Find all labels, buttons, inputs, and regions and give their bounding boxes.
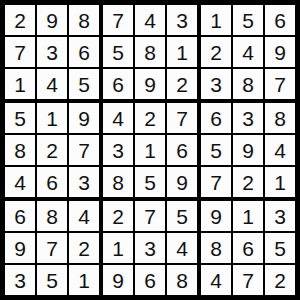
cell-r5c4[interactable]: 3 xyxy=(103,135,133,165)
cell-r4c6[interactable]: 7 xyxy=(167,103,197,133)
cell-r3c8[interactable]: 8 xyxy=(233,69,263,99)
cell-r4c4[interactable]: 4 xyxy=(103,103,133,133)
cell-r2c1[interactable]: 7 xyxy=(5,37,35,67)
cell-r8c9[interactable]: 5 xyxy=(265,233,295,263)
cell-r1c9[interactable]: 6 xyxy=(265,5,295,35)
cell-r6c9[interactable]: 1 xyxy=(265,167,295,197)
cell-r4c8[interactable]: 3 xyxy=(233,103,263,133)
cell-r3c4[interactable]: 6 xyxy=(103,69,133,99)
box-2-2: 427316859 xyxy=(103,103,197,197)
cell-r3c3[interactable]: 5 xyxy=(69,69,99,99)
cell-r7c1[interactable]: 6 xyxy=(5,201,35,231)
sudoku-board: 2987361457435816921562493875198274634273… xyxy=(0,0,300,300)
cell-r6c6[interactable]: 9 xyxy=(167,167,197,197)
cell-r6c8[interactable]: 2 xyxy=(233,167,263,197)
cell-r4c7[interactable]: 6 xyxy=(201,103,231,133)
cell-r5c3[interactable]: 7 xyxy=(69,135,99,165)
cell-r2c3[interactable]: 6 xyxy=(69,37,99,67)
cell-r1c2[interactable]: 9 xyxy=(37,5,67,35)
cell-r1c1[interactable]: 2 xyxy=(5,5,35,35)
cell-r3c9[interactable]: 7 xyxy=(265,69,295,99)
cell-r7c9[interactable]: 3 xyxy=(265,201,295,231)
cell-r5c2[interactable]: 2 xyxy=(37,135,67,165)
cell-r3c1[interactable]: 1 xyxy=(5,69,35,99)
box-2-1: 519827463 xyxy=(5,103,99,197)
cell-r2c6[interactable]: 1 xyxy=(167,37,197,67)
cell-r8c7[interactable]: 8 xyxy=(201,233,231,263)
cell-r5c7[interactable]: 5 xyxy=(201,135,231,165)
cell-r8c4[interactable]: 1 xyxy=(103,233,133,263)
cell-r7c4[interactable]: 2 xyxy=(103,201,133,231)
cell-r2c9[interactable]: 9 xyxy=(265,37,295,67)
box-2-3: 638594721 xyxy=(201,103,295,197)
cell-r5c5[interactable]: 1 xyxy=(135,135,165,165)
cell-r9c3[interactable]: 1 xyxy=(69,265,99,295)
cell-r1c6[interactable]: 3 xyxy=(167,5,197,35)
cell-r5c9[interactable]: 4 xyxy=(265,135,295,165)
cell-r9c2[interactable]: 5 xyxy=(37,265,67,295)
cell-r9c5[interactable]: 6 xyxy=(135,265,165,295)
cell-r9c1[interactable]: 3 xyxy=(5,265,35,295)
cell-r3c6[interactable]: 2 xyxy=(167,69,197,99)
box-3-2: 275134968 xyxy=(103,201,197,295)
cell-r3c2[interactable]: 4 xyxy=(37,69,67,99)
cell-r4c5[interactable]: 2 xyxy=(135,103,165,133)
cell-r1c3[interactable]: 8 xyxy=(69,5,99,35)
cell-r4c9[interactable]: 8 xyxy=(265,103,295,133)
cell-r3c5[interactable]: 9 xyxy=(135,69,165,99)
box-3-1: 684972351 xyxy=(5,201,99,295)
cell-r7c6[interactable]: 5 xyxy=(167,201,197,231)
box-1-1: 298736145 xyxy=(5,5,99,99)
cell-r9c9[interactable]: 2 xyxy=(265,265,295,295)
cell-r8c1[interactable]: 9 xyxy=(5,233,35,263)
box-1-2: 743581692 xyxy=(103,5,197,99)
cell-r7c5[interactable]: 7 xyxy=(135,201,165,231)
cell-r5c6[interactable]: 6 xyxy=(167,135,197,165)
cell-r4c3[interactable]: 9 xyxy=(69,103,99,133)
cell-r2c8[interactable]: 4 xyxy=(233,37,263,67)
cell-r2c7[interactable]: 2 xyxy=(201,37,231,67)
cell-r6c3[interactable]: 3 xyxy=(69,167,99,197)
cell-r7c8[interactable]: 1 xyxy=(233,201,263,231)
cell-r9c6[interactable]: 8 xyxy=(167,265,197,295)
box-1-3: 156249387 xyxy=(201,5,295,99)
cell-r8c6[interactable]: 4 xyxy=(167,233,197,263)
cell-r8c3[interactable]: 2 xyxy=(69,233,99,263)
cell-r9c8[interactable]: 7 xyxy=(233,265,263,295)
cell-r6c7[interactable]: 7 xyxy=(201,167,231,197)
cell-r4c2[interactable]: 1 xyxy=(37,103,67,133)
cell-r6c1[interactable]: 4 xyxy=(5,167,35,197)
cell-r1c4[interactable]: 7 xyxy=(103,5,133,35)
cell-r7c2[interactable]: 8 xyxy=(37,201,67,231)
cell-r5c1[interactable]: 8 xyxy=(5,135,35,165)
box-3-3: 913865472 xyxy=(201,201,295,295)
cell-r8c8[interactable]: 6 xyxy=(233,233,263,263)
cell-r1c7[interactable]: 1 xyxy=(201,5,231,35)
cell-r8c2[interactable]: 7 xyxy=(37,233,67,263)
cell-r7c7[interactable]: 9 xyxy=(201,201,231,231)
cell-r1c5[interactable]: 4 xyxy=(135,5,165,35)
cell-r9c4[interactable]: 9 xyxy=(103,265,133,295)
cell-r5c8[interactable]: 9 xyxy=(233,135,263,165)
cell-r6c5[interactable]: 5 xyxy=(135,167,165,197)
cell-r2c5[interactable]: 8 xyxy=(135,37,165,67)
cell-r7c3[interactable]: 4 xyxy=(69,201,99,231)
cell-r6c4[interactable]: 8 xyxy=(103,167,133,197)
cell-r4c1[interactable]: 5 xyxy=(5,103,35,133)
cell-r2c2[interactable]: 3 xyxy=(37,37,67,67)
cell-r8c5[interactable]: 3 xyxy=(135,233,165,263)
cell-r6c2[interactable]: 6 xyxy=(37,167,67,197)
cell-r1c8[interactable]: 5 xyxy=(233,5,263,35)
cell-r9c7[interactable]: 4 xyxy=(201,265,231,295)
cell-r3c7[interactable]: 3 xyxy=(201,69,231,99)
cell-r2c4[interactable]: 5 xyxy=(103,37,133,67)
